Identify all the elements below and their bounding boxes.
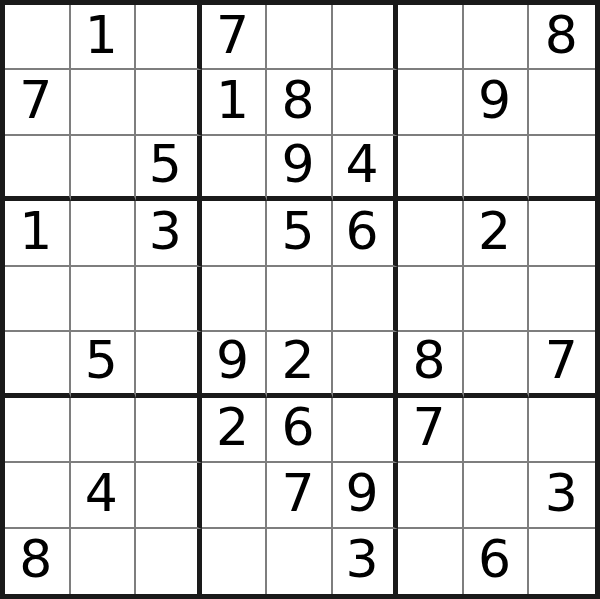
cell-r9c3[interactable] <box>136 529 202 594</box>
cell-r5c8[interactable] <box>464 267 530 332</box>
cell-r3c5[interactable]: 9 <box>267 136 333 201</box>
given-digit: 3 <box>346 533 379 585</box>
cell-r2c7[interactable] <box>398 70 464 135</box>
cell-r1c5[interactable] <box>267 5 333 70</box>
given-digit: 2 <box>281 334 314 386</box>
cell-r4c4[interactable] <box>202 201 268 266</box>
cell-r4c3[interactable]: 3 <box>136 201 202 266</box>
cell-r5c4[interactable] <box>202 267 268 332</box>
cell-r8c1[interactable] <box>5 463 71 528</box>
cell-r1c1[interactable] <box>5 5 71 70</box>
cell-r9c2[interactable] <box>71 529 137 594</box>
cell-r5c7[interactable] <box>398 267 464 332</box>
given-digit: 1 <box>19 205 52 257</box>
given-digit: 6 <box>346 205 379 257</box>
cell-r3c4[interactable] <box>202 136 268 201</box>
sudoku-page: 178718959413562592872674793836 <box>0 0 600 599</box>
given-digit: 8 <box>413 334 446 386</box>
given-digit: 1 <box>85 9 118 61</box>
cell-r2c2[interactable] <box>71 70 137 135</box>
cell-r7c5[interactable]: 6 <box>267 398 333 463</box>
given-digit: 2 <box>216 401 249 453</box>
cell-r2c6[interactable] <box>333 70 399 135</box>
cell-r6c3[interactable] <box>136 332 202 397</box>
cell-r3c7[interactable] <box>398 136 464 201</box>
given-digit: 9 <box>216 334 249 386</box>
cell-r9c5[interactable] <box>267 529 333 594</box>
cell-r6c5[interactable]: 2 <box>267 332 333 397</box>
cell-r8c3[interactable] <box>136 463 202 528</box>
given-digit: 5 <box>281 205 314 257</box>
cell-r5c2[interactable] <box>71 267 137 332</box>
cell-r4c8[interactable]: 2 <box>464 201 530 266</box>
cell-r7c8[interactable] <box>464 398 530 463</box>
cell-r6c6[interactable] <box>333 332 399 397</box>
given-digit: 2 <box>478 205 511 257</box>
cell-r7c3[interactable] <box>136 398 202 463</box>
cell-r8c6[interactable]: 9 <box>333 463 399 528</box>
cell-r5c1[interactable] <box>5 267 71 332</box>
given-digit: 7 <box>281 467 314 519</box>
given-digit: 4 <box>85 467 118 519</box>
cell-r7c7[interactable]: 7 <box>398 398 464 463</box>
cell-r7c6[interactable] <box>333 398 399 463</box>
cell-r3c9[interactable] <box>529 136 595 201</box>
cell-r1c3[interactable] <box>136 5 202 70</box>
cell-r6c7[interactable]: 8 <box>398 332 464 397</box>
cell-r2c9[interactable] <box>529 70 595 135</box>
cell-r2c1[interactable]: 7 <box>5 70 71 135</box>
cell-r4c5[interactable]: 5 <box>267 201 333 266</box>
cell-r1c4[interactable]: 7 <box>202 5 268 70</box>
cell-r9c1[interactable]: 8 <box>5 529 71 594</box>
given-digit: 3 <box>545 467 578 519</box>
cell-r9c6[interactable]: 3 <box>333 529 399 594</box>
cell-r9c7[interactable] <box>398 529 464 594</box>
cell-r8c4[interactable] <box>202 463 268 528</box>
cell-r1c7[interactable] <box>398 5 464 70</box>
given-digit: 8 <box>545 9 578 61</box>
given-digit: 9 <box>281 138 314 190</box>
cell-r5c9[interactable] <box>529 267 595 332</box>
given-digit: 7 <box>413 401 446 453</box>
cell-r6c2[interactable]: 5 <box>71 332 137 397</box>
given-digit: 4 <box>346 138 379 190</box>
cell-r5c3[interactable] <box>136 267 202 332</box>
cell-r8c8[interactable] <box>464 463 530 528</box>
cell-r7c9[interactable] <box>529 398 595 463</box>
sudoku-board: 178718959413562592872674793836 <box>0 0 600 599</box>
cell-r5c5[interactable] <box>267 267 333 332</box>
cell-r6c9[interactable]: 7 <box>529 332 595 397</box>
cell-r1c6[interactable] <box>333 5 399 70</box>
cell-r9c9[interactable] <box>529 529 595 594</box>
cell-r9c8[interactable]: 6 <box>464 529 530 594</box>
cell-r1c2[interactable]: 1 <box>71 5 137 70</box>
cell-r8c9[interactable]: 3 <box>529 463 595 528</box>
cell-r7c1[interactable] <box>5 398 71 463</box>
cell-r6c1[interactable] <box>5 332 71 397</box>
given-digit: 9 <box>478 74 511 126</box>
cell-r4c9[interactable] <box>529 201 595 266</box>
given-digit: 1 <box>216 74 249 126</box>
given-digit: 5 <box>85 334 118 386</box>
cell-r8c5[interactable]: 7 <box>267 463 333 528</box>
cell-r2c5[interactable]: 8 <box>267 70 333 135</box>
given-digit: 9 <box>346 467 379 519</box>
given-digit: 7 <box>19 74 52 126</box>
cell-r9c4[interactable] <box>202 529 268 594</box>
given-digit: 8 <box>281 74 314 126</box>
cell-r2c4[interactable]: 1 <box>202 70 268 135</box>
cell-r3c2[interactable] <box>71 136 137 201</box>
cell-r8c2[interactable]: 4 <box>71 463 137 528</box>
cell-r2c3[interactable] <box>136 70 202 135</box>
cell-r6c4[interactable]: 9 <box>202 332 268 397</box>
cell-r2c8[interactable]: 9 <box>464 70 530 135</box>
cell-r3c6[interactable]: 4 <box>333 136 399 201</box>
cell-r6c8[interactable] <box>464 332 530 397</box>
cell-r4c6[interactable]: 6 <box>333 201 399 266</box>
cell-r4c1[interactable]: 1 <box>5 201 71 266</box>
cell-r8c7[interactable] <box>398 463 464 528</box>
given-digit: 7 <box>216 9 249 61</box>
cell-r7c2[interactable] <box>71 398 137 463</box>
cell-r1c9[interactable]: 8 <box>529 5 595 70</box>
cell-r4c7[interactable] <box>398 201 464 266</box>
given-digit: 7 <box>545 334 578 386</box>
given-digit: 6 <box>281 401 314 453</box>
cell-r5c6[interactable] <box>333 267 399 332</box>
cell-r3c3[interactable]: 5 <box>136 136 202 201</box>
given-digit: 3 <box>149 205 182 257</box>
cell-r3c8[interactable] <box>464 136 530 201</box>
given-digit: 8 <box>19 533 52 585</box>
cell-r4c2[interactable] <box>71 201 137 266</box>
cell-r3c1[interactable] <box>5 136 71 201</box>
cell-r1c8[interactable] <box>464 5 530 70</box>
given-digit: 5 <box>149 138 182 190</box>
cell-r7c4[interactable]: 2 <box>202 398 268 463</box>
given-digit: 6 <box>478 533 511 585</box>
